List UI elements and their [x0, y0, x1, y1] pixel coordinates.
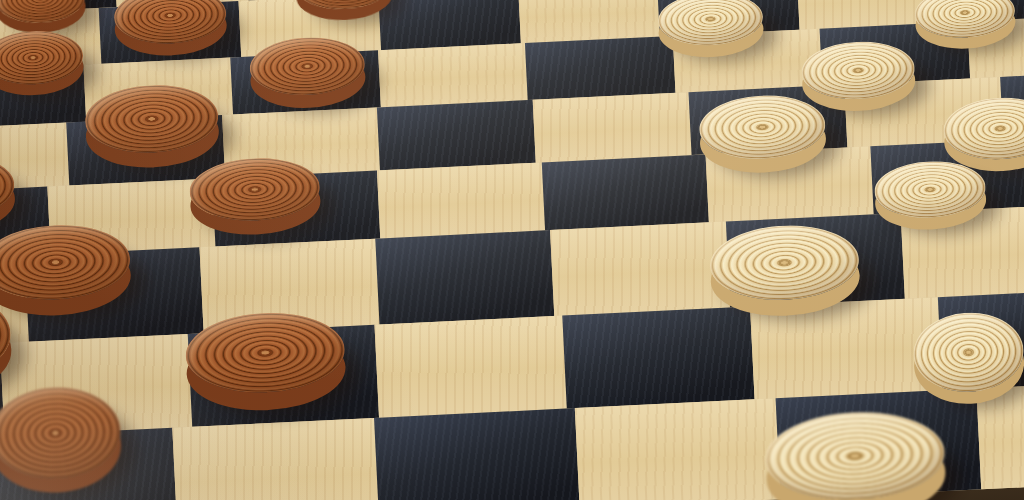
board-cell-d1[interactable] [374, 408, 580, 500]
board-cell-d6[interactable] [378, 43, 528, 107]
board-cell-g3[interactable] [901, 204, 1024, 298]
board-cell-e1[interactable] [575, 398, 781, 500]
board-cell-d2[interactable] [375, 316, 567, 418]
board-cell-g1[interactable] [977, 379, 1024, 490]
board-cell-e3[interactable] [550, 222, 729, 316]
board-cell-f4[interactable] [706, 146, 874, 222]
board-cell-d5[interactable] [377, 100, 536, 171]
board-cell-e6[interactable] [525, 36, 675, 100]
board-cell-d3[interactable] [375, 230, 554, 324]
board-cell-d4[interactable] [377, 162, 545, 238]
checkers-board [0, 0, 1024, 500]
board-cell-c1[interactable] [173, 418, 379, 500]
board-cell-e4[interactable] [541, 154, 709, 230]
checkers-board-photo [0, 0, 1024, 500]
board-cell-d7[interactable] [378, 0, 520, 50]
board-cell-e2[interactable] [562, 306, 754, 408]
board-cell-e5[interactable] [533, 92, 692, 163]
